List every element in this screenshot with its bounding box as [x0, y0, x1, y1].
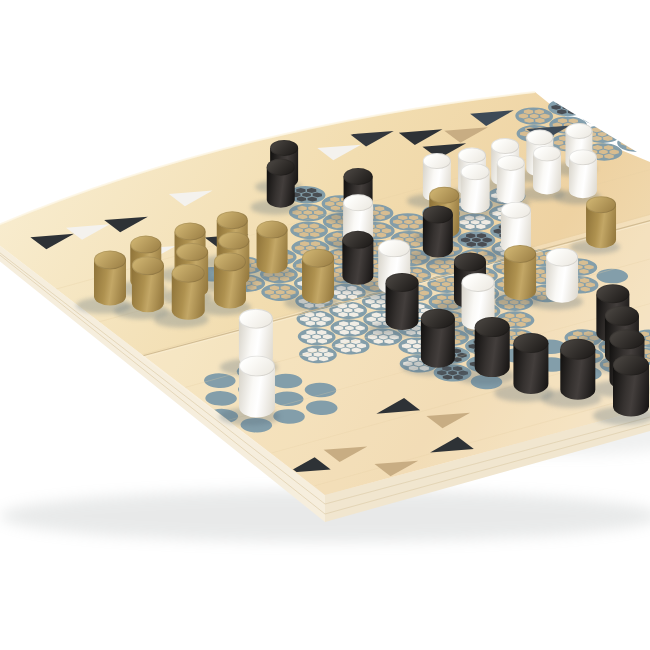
peg-top	[462, 273, 495, 292]
peg-top	[423, 206, 453, 224]
peg-top	[94, 251, 126, 270]
peg-top	[526, 130, 553, 146]
peg-top	[302, 249, 334, 268]
pieces-layer	[0, 0, 650, 650]
peg-top	[560, 339, 595, 360]
peg-top	[454, 252, 486, 271]
peg-top	[175, 222, 206, 240]
peg-top	[217, 211, 248, 229]
board-photo-stage	[0, 0, 650, 650]
peg-top	[565, 123, 592, 139]
peg-top	[613, 355, 649, 376]
peg-top	[461, 163, 490, 180]
peg-top	[343, 194, 373, 211]
peg-top	[172, 264, 205, 283]
peg-top	[429, 187, 459, 204]
peg-top	[475, 317, 510, 337]
peg-top	[605, 306, 639, 326]
peg-top	[239, 309, 273, 329]
peg-top	[239, 356, 275, 377]
peg-top	[176, 243, 208, 261]
peg-top	[546, 248, 578, 267]
peg-top	[386, 273, 419, 292]
peg-top	[270, 140, 298, 156]
peg-top	[132, 256, 164, 275]
peg-top	[214, 252, 246, 271]
peg-top	[378, 239, 410, 257]
peg-top	[344, 168, 373, 185]
peg-top	[257, 221, 288, 239]
peg-top	[421, 309, 455, 329]
peg-top	[491, 138, 519, 154]
peg-top	[267, 159, 295, 176]
